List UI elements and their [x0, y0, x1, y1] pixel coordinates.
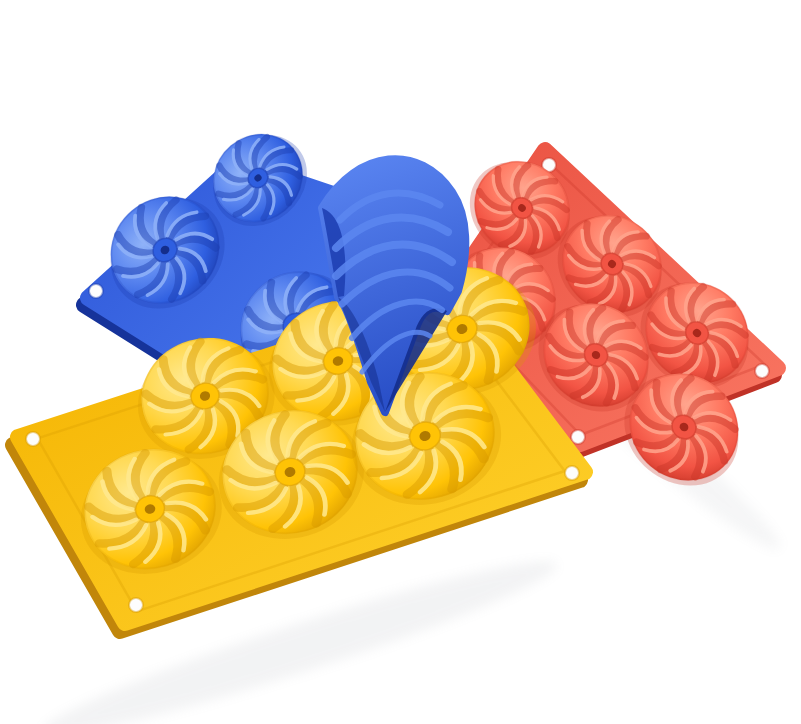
hanging-hole: [89, 284, 103, 298]
hanging-hole: [755, 364, 769, 378]
hanging-hole: [571, 430, 585, 444]
silicone-molds-product-photo: [0, 0, 801, 724]
hanging-hole: [26, 432, 40, 446]
hanging-hole: [565, 466, 579, 480]
hanging-hole: [129, 598, 143, 612]
product-photo-canvas: [0, 0, 801, 724]
